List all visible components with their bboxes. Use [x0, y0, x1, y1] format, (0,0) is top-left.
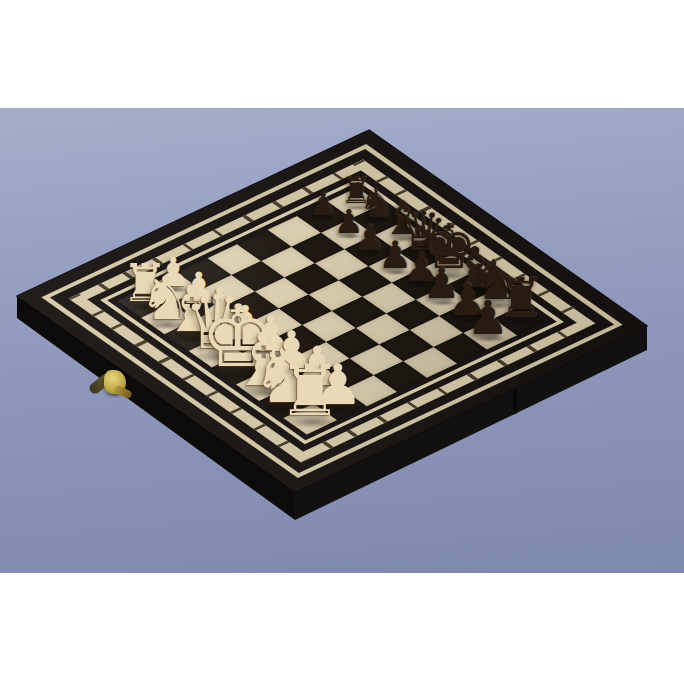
page-background: ♜♞♝♛♚♝♞♜♟♟♟♟♟♟♟♟♟♟♟♟♟♟♟♟♜♞♝♛♚♝♞♜: [0, 0, 684, 684]
board-grid: [117, 188, 547, 435]
product-photo: ♜♞♝♛♚♝♞♜♟♟♟♟♟♟♟♟♟♟♟♟♟♟♟♟♜♞♝♛♚♝♞♜: [0, 108, 684, 573]
latch-tail: [113, 385, 133, 400]
brass-latch-icon: [86, 362, 138, 414]
